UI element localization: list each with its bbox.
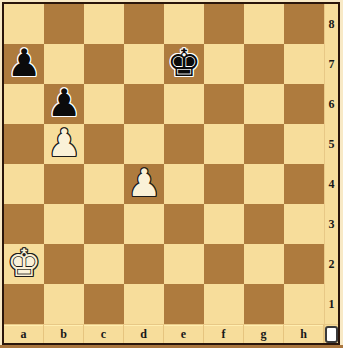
square-h8[interactable] [284,4,324,44]
square-a7[interactable]: ♟ [4,44,44,84]
square-f7[interactable] [204,44,244,84]
rank-label-7: 7 [324,44,338,84]
square-f3[interactable] [204,204,244,244]
black-pawn[interactable]: ♟ [7,44,41,83]
square-b2[interactable] [44,244,84,284]
square-h7[interactable] [284,44,324,84]
square-e2[interactable] [164,244,204,284]
square-g8[interactable] [244,4,284,44]
black-king[interactable]: ♚ [167,44,201,83]
file-label-c: c [84,324,124,343]
rank-label-1: 1 [324,284,338,324]
square-d5[interactable] [124,124,164,164]
square-c3[interactable] [84,204,124,244]
square-f2[interactable] [204,244,244,284]
square-e3[interactable] [164,204,204,244]
to-move-indicator-cell [324,324,338,343]
square-e8[interactable] [164,4,204,44]
chess-app-board-panel: 8♟♚7♟6♟5♟43♚21abcdefgh [0,0,343,348]
rank-label-4: 4 [324,164,338,204]
square-d1[interactable] [124,284,164,324]
square-e7[interactable]: ♚ [164,44,204,84]
square-g7[interactable] [244,44,284,84]
square-c2[interactable] [84,244,124,284]
rank-label-2: 2 [324,244,338,284]
square-h3[interactable] [284,204,324,244]
board-frame: 8♟♚7♟6♟5♟43♚21abcdefgh [2,2,340,345]
square-a5[interactable] [4,124,44,164]
square-a4[interactable] [4,164,44,204]
rank-label-8: 8 [324,4,338,44]
square-g4[interactable] [244,164,284,204]
square-d6[interactable] [124,84,164,124]
white-king[interactable]: ♚ [7,244,41,283]
square-b3[interactable] [44,204,84,244]
square-h5[interactable] [284,124,324,164]
square-f4[interactable] [204,164,244,204]
file-label-d: d [124,324,164,343]
square-g1[interactable] [244,284,284,324]
square-a1[interactable] [4,284,44,324]
square-f6[interactable] [204,84,244,124]
square-f8[interactable] [204,4,244,44]
square-h1[interactable] [284,284,324,324]
square-f5[interactable] [204,124,244,164]
square-h2[interactable] [284,244,324,284]
rank-label-6: 6 [324,84,338,124]
file-label-b: b [44,324,84,343]
square-b1[interactable] [44,284,84,324]
square-f1[interactable] [204,284,244,324]
square-d7[interactable] [124,44,164,84]
square-e1[interactable] [164,284,204,324]
square-a8[interactable] [4,4,44,44]
square-h4[interactable] [284,164,324,204]
square-g2[interactable] [244,244,284,284]
square-e5[interactable] [164,124,204,164]
square-g5[interactable] [244,124,284,164]
white-pawn[interactable]: ♟ [47,124,81,163]
square-d3[interactable] [124,204,164,244]
chess-board[interactable]: 8♟♚7♟6♟5♟43♚21abcdefgh [4,4,338,343]
square-c5[interactable] [84,124,124,164]
file-label-g: g [244,324,284,343]
square-b5[interactable]: ♟ [44,124,84,164]
file-label-h: h [284,324,324,343]
file-label-f: f [204,324,244,343]
square-b7[interactable] [44,44,84,84]
square-h6[interactable] [284,84,324,124]
square-a2[interactable]: ♚ [4,244,44,284]
square-b4[interactable] [44,164,84,204]
square-d2[interactable] [124,244,164,284]
square-g6[interactable] [244,84,284,124]
rank-label-5: 5 [324,124,338,164]
black-pawn[interactable]: ♟ [47,84,81,123]
square-b6[interactable]: ♟ [44,84,84,124]
square-c4[interactable] [84,164,124,204]
square-g3[interactable] [244,204,284,244]
square-e4[interactable] [164,164,204,204]
rank-label-3: 3 [324,204,338,244]
file-label-e: e [164,324,204,343]
white-pawn[interactable]: ♟ [127,164,161,203]
file-label-a: a [4,324,44,343]
white-to-move-icon [325,326,338,343]
square-c7[interactable] [84,44,124,84]
square-d4[interactable]: ♟ [124,164,164,204]
square-c6[interactable] [84,84,124,124]
square-e6[interactable] [164,84,204,124]
square-c1[interactable] [84,284,124,324]
square-a3[interactable] [4,204,44,244]
square-d8[interactable] [124,4,164,44]
square-c8[interactable] [84,4,124,44]
square-b8[interactable] [44,4,84,44]
square-a6[interactable] [4,84,44,124]
